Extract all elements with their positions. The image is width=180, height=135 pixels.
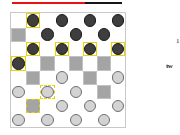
square-r3c5 [69, 42, 83, 57]
light-checker-piece[interactable] [84, 100, 97, 113]
cropped-text-fragment: 1 [176, 37, 180, 45]
square-r7c1 [11, 99, 26, 113]
square-r3c1 [11, 42, 26, 57]
square-r2c3[interactable] [40, 28, 55, 42]
square-r1c7 [97, 13, 111, 28]
square-r7c2[interactable] [26, 99, 41, 113]
square-r4c8 [111, 56, 126, 71]
light-checker-piece[interactable] [12, 114, 25, 127]
light-checker-piece[interactable] [41, 86, 54, 99]
score-bar-red-segment [12, 2, 85, 4]
square-r2c8 [111, 28, 126, 42]
dark-checker-piece[interactable] [12, 57, 25, 70]
square-r4c5[interactable] [69, 56, 83, 71]
square-r8c6 [83, 113, 98, 127]
square-r1c5 [69, 13, 83, 28]
square-r6c3[interactable] [40, 85, 55, 100]
square-r8c4 [55, 113, 70, 127]
square-r5c5 [69, 71, 83, 85]
square-r8c7[interactable] [97, 113, 111, 127]
light-checker-piece[interactable] [56, 100, 69, 113]
square-r4c4 [55, 56, 70, 71]
square-r5c7 [97, 71, 111, 85]
square-r6c2 [26, 85, 41, 100]
square-r5c3 [40, 71, 55, 85]
square-r6c4 [55, 85, 70, 100]
square-r6c8 [111, 85, 126, 100]
dark-checker-piece[interactable] [84, 43, 97, 56]
square-r6c1[interactable] [11, 85, 26, 100]
square-r5c2[interactable] [26, 71, 41, 85]
square-r4c2 [26, 56, 41, 71]
square-r4c7[interactable] [97, 56, 111, 71]
square-r1c2[interactable] [26, 13, 41, 28]
light-checker-piece[interactable] [12, 86, 25, 99]
square-r8c3[interactable] [40, 113, 55, 127]
square-r2c2 [26, 28, 41, 42]
score-bar-black-segment [85, 2, 122, 4]
square-r7c6[interactable] [83, 99, 98, 113]
square-r2c6 [83, 28, 98, 42]
square-r2c5[interactable] [69, 28, 83, 42]
square-r8c8 [111, 113, 126, 127]
square-r7c3 [40, 99, 55, 113]
square-r1c3 [40, 13, 55, 28]
light-checker-piece[interactable] [112, 100, 125, 113]
dark-checker-piece[interactable] [27, 43, 40, 56]
dark-checker-piece[interactable] [27, 14, 40, 27]
square-r6c5[interactable] [69, 85, 83, 100]
dark-checker-piece[interactable] [41, 28, 54, 41]
dark-checker-piece[interactable] [84, 14, 97, 27]
square-r1c4[interactable] [55, 13, 70, 28]
light-checker-piece[interactable] [70, 86, 83, 99]
square-r7c8[interactable] [111, 99, 126, 113]
square-r5c8[interactable] [111, 71, 126, 85]
dark-checker-piece[interactable] [112, 43, 125, 56]
square-r8c2 [26, 113, 41, 127]
square-r4c3[interactable] [40, 56, 55, 71]
square-r3c4[interactable] [55, 42, 70, 57]
square-r7c5 [69, 99, 83, 113]
dark-checker-piece[interactable] [112, 14, 125, 27]
light-checker-piece[interactable] [98, 114, 111, 127]
dark-checker-piece[interactable] [98, 28, 111, 41]
square-r3c3 [40, 42, 55, 57]
square-r5c4[interactable] [55, 71, 70, 85]
square-r6c6 [83, 85, 98, 100]
square-r1c6[interactable] [83, 13, 98, 28]
light-checker-piece[interactable] [112, 71, 125, 84]
square-r5c6[interactable] [83, 71, 98, 85]
material-score-bar [12, 2, 122, 4]
dark-checker-piece[interactable] [70, 28, 83, 41]
light-checker-piece[interactable] [41, 114, 54, 127]
square-r7c7 [97, 99, 111, 113]
checkers-board[interactable] [10, 12, 126, 128]
dark-checker-piece[interactable] [56, 14, 69, 27]
square-r2c7[interactable] [97, 28, 111, 42]
square-r4c1[interactable] [11, 56, 26, 71]
square-r2c4 [55, 28, 70, 42]
square-r1c8[interactable] [111, 13, 126, 28]
square-r3c2[interactable] [26, 42, 41, 57]
square-r5c1 [11, 71, 26, 85]
square-r1c1 [11, 13, 26, 28]
square-r3c6[interactable] [83, 42, 98, 57]
square-r3c7 [97, 42, 111, 57]
cropped-text-fragment: tw [166, 62, 172, 70]
square-r7c4[interactable] [55, 99, 70, 113]
square-r3c8[interactable] [111, 42, 126, 57]
light-checker-piece[interactable] [56, 71, 69, 84]
dark-checker-piece[interactable] [56, 43, 69, 56]
square-r8c1[interactable] [11, 113, 26, 127]
light-checker-piece[interactable] [70, 114, 83, 127]
square-r2c1[interactable] [11, 28, 26, 42]
square-r4c6 [83, 56, 98, 71]
square-r6c7[interactable] [97, 85, 111, 100]
square-r8c5[interactable] [69, 113, 83, 127]
